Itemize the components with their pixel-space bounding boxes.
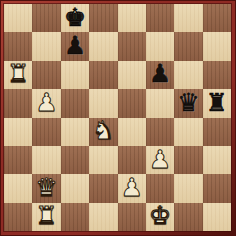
square-g4[interactable] [174,118,202,146]
square-e4[interactable] [118,118,146,146]
square-c2[interactable] [61,174,89,202]
square-f6[interactable]: ♟ [146,61,174,89]
square-b3[interactable] [32,146,60,174]
square-a2[interactable] [4,174,32,202]
square-g2[interactable] [174,174,202,202]
piece-white-king[interactable]: ♚ [149,203,171,228]
square-g5[interactable]: ♛ [174,89,202,117]
piece-black-rook[interactable]: ♜ [206,90,228,115]
square-a1[interactable] [4,203,32,231]
square-f5[interactable] [146,89,174,117]
piece-black-king[interactable]: ♚ [64,5,86,30]
square-f4[interactable] [146,118,174,146]
square-d1[interactable] [89,203,117,231]
square-a6[interactable]: ♜ [4,61,32,89]
square-a3[interactable] [4,146,32,174]
square-f7[interactable] [146,32,174,60]
square-f1[interactable]: ♚ [146,203,174,231]
square-h8[interactable] [203,4,231,32]
square-c3[interactable] [61,146,89,174]
square-d5[interactable] [89,89,117,117]
piece-white-pawn[interactable]: ♟ [120,175,142,200]
square-h4[interactable] [203,118,231,146]
square-b1[interactable]: ♜ [32,203,60,231]
square-d8[interactable] [89,4,117,32]
square-b7[interactable] [32,32,60,60]
square-d7[interactable] [89,32,117,60]
piece-black-pawn[interactable]: ♟ [64,33,86,58]
piece-white-pawn[interactable]: ♟ [149,147,171,172]
square-e8[interactable] [118,4,146,32]
piece-black-pawn[interactable]: ♟ [149,61,171,86]
square-c1[interactable] [61,203,89,231]
square-h3[interactable] [203,146,231,174]
square-e6[interactable] [118,61,146,89]
chess-board-frame: ♚♟♜♟♟♛♜♞♟♛♟♜♚ [0,0,236,236]
square-c6[interactable] [61,61,89,89]
square-c7[interactable]: ♟ [61,32,89,60]
square-e2[interactable]: ♟ [118,174,146,202]
square-a5[interactable] [4,89,32,117]
piece-black-queen[interactable]: ♛ [177,90,199,115]
square-d2[interactable] [89,174,117,202]
square-h5[interactable]: ♜ [203,89,231,117]
square-d4[interactable]: ♞ [89,118,117,146]
square-g3[interactable] [174,146,202,174]
square-e1[interactable] [118,203,146,231]
square-g6[interactable] [174,61,202,89]
piece-white-queen[interactable]: ♛ [35,175,57,200]
square-b2[interactable]: ♛ [32,174,60,202]
square-h7[interactable] [203,32,231,60]
square-f2[interactable] [146,174,174,202]
square-h1[interactable] [203,203,231,231]
square-c5[interactable] [61,89,89,117]
square-a4[interactable] [4,118,32,146]
square-b4[interactable] [32,118,60,146]
piece-white-rook[interactable]: ♜ [35,203,57,228]
square-e3[interactable] [118,146,146,174]
square-d3[interactable] [89,146,117,174]
square-e7[interactable] [118,32,146,60]
piece-white-knight[interactable]: ♞ [92,118,114,143]
square-h6[interactable] [203,61,231,89]
square-b8[interactable] [32,4,60,32]
square-g1[interactable] [174,203,202,231]
square-e5[interactable] [118,89,146,117]
chess-board: ♚♟♜♟♟♛♜♞♟♛♟♜♚ [4,4,231,231]
square-b6[interactable] [32,61,60,89]
square-c8[interactable]: ♚ [61,4,89,32]
square-b5[interactable]: ♟ [32,89,60,117]
square-g8[interactable] [174,4,202,32]
square-d6[interactable] [89,61,117,89]
square-f8[interactable] [146,4,174,32]
square-c4[interactable] [61,118,89,146]
square-h2[interactable] [203,174,231,202]
piece-white-rook[interactable]: ♜ [7,61,29,86]
square-f3[interactable]: ♟ [146,146,174,174]
square-a7[interactable] [4,32,32,60]
square-g7[interactable] [174,32,202,60]
piece-white-pawn[interactable]: ♟ [35,90,57,115]
square-a8[interactable] [4,4,32,32]
